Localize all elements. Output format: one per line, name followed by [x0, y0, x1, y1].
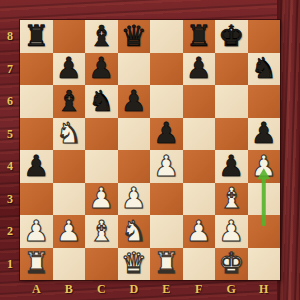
white-bishop-c2[interactable]: ♝	[85, 215, 118, 248]
rank-label-5: 5	[0, 118, 20, 151]
black-pawn-g4[interactable]: ♟	[215, 150, 248, 183]
square-b3[interactable]	[53, 183, 86, 216]
black-pawn-e5[interactable]: ♟	[150, 118, 183, 151]
square-a3[interactable]	[20, 183, 53, 216]
square-c6[interactable]: ♞	[85, 85, 118, 118]
white-queen-d1[interactable]: ♛	[118, 248, 151, 281]
white-pawn-g2[interactable]: ♟	[215, 215, 248, 248]
rank-label-1: 1	[0, 248, 20, 281]
square-h3[interactable]	[248, 183, 281, 216]
square-e7[interactable]	[150, 53, 183, 86]
square-g5[interactable]	[215, 118, 248, 151]
square-f7[interactable]: ♟	[183, 53, 216, 86]
white-rook-a1[interactable]: ♜	[20, 248, 53, 281]
black-rook-f8[interactable]: ♜	[183, 20, 216, 53]
square-e3[interactable]	[150, 183, 183, 216]
square-h1[interactable]	[248, 248, 281, 281]
square-b4[interactable]	[53, 150, 86, 183]
black-pawn-d6[interactable]: ♟	[118, 85, 151, 118]
square-b8[interactable]	[53, 20, 86, 53]
white-king-g1[interactable]: ♚	[215, 248, 248, 281]
square-f2[interactable]: ♟	[183, 215, 216, 248]
square-f8[interactable]: ♜	[183, 20, 216, 53]
file-label-e: E	[150, 281, 183, 300]
square-c4[interactable]	[85, 150, 118, 183]
rank-label-8: 8	[0, 20, 20, 53]
square-c2[interactable]: ♝	[85, 215, 118, 248]
square-e5[interactable]: ♟	[150, 118, 183, 151]
square-g6[interactable]	[215, 85, 248, 118]
square-g4[interactable]: ♟	[215, 150, 248, 183]
file-label-g: G	[215, 281, 248, 300]
square-f4[interactable]	[183, 150, 216, 183]
white-pawn-h4[interactable]: ♟	[248, 150, 281, 183]
square-g2[interactable]: ♟	[215, 215, 248, 248]
rank-label-6: 6	[0, 85, 20, 118]
square-g7[interactable]	[215, 53, 248, 86]
square-e2[interactable]	[150, 215, 183, 248]
square-c1[interactable]	[85, 248, 118, 281]
square-f1[interactable]	[183, 248, 216, 281]
file-label-c: C	[85, 281, 118, 300]
square-d6[interactable]: ♟	[118, 85, 151, 118]
square-e4[interactable]: ♟	[150, 150, 183, 183]
file-label-f: F	[183, 281, 216, 300]
square-f5[interactable]	[183, 118, 216, 151]
white-rook-e1[interactable]: ♜	[150, 248, 183, 281]
rank-label-7: 7	[0, 53, 20, 86]
square-c8[interactable]: ♝	[85, 20, 118, 53]
square-d2[interactable]: ♞	[118, 215, 151, 248]
black-king-g8[interactable]: ♚	[215, 20, 248, 53]
rank-label-2: 2	[0, 215, 20, 248]
file-label-d: D	[118, 281, 151, 300]
square-b1[interactable]	[53, 248, 86, 281]
file-label-h: H	[248, 281, 281, 300]
square-h4[interactable]: ♟	[248, 150, 281, 183]
square-h5[interactable]: ♟	[248, 118, 281, 151]
square-f3[interactable]	[183, 183, 216, 216]
square-e6[interactable]	[150, 85, 183, 118]
square-a4[interactable]: ♟	[20, 150, 53, 183]
black-knight-h7[interactable]: ♞	[248, 53, 281, 86]
black-bishop-b6[interactable]: ♝	[53, 85, 86, 118]
square-h8[interactable]	[248, 20, 281, 53]
square-c5[interactable]	[85, 118, 118, 151]
white-knight-d2[interactable]: ♞	[118, 215, 151, 248]
square-b5[interactable]: ♞	[53, 118, 86, 151]
black-rook-a8[interactable]: ♜	[20, 20, 53, 53]
white-pawn-f2[interactable]: ♟	[183, 215, 216, 248]
square-b7[interactable]: ♟	[53, 53, 86, 86]
white-knight-b5[interactable]: ♞	[53, 118, 86, 151]
square-f6[interactable]	[183, 85, 216, 118]
black-pawn-h5[interactable]: ♟	[248, 118, 281, 151]
square-d7[interactable]	[118, 53, 151, 86]
white-pawn-e4[interactable]: ♟	[150, 150, 183, 183]
black-pawn-b7[interactable]: ♟	[53, 53, 86, 86]
chess-app-window: ♜♝♛♜♚♟♟♟♞♝♞♟♞♟♟♟♟♟♟♟♟♝♟♟♝♞♟♟♜♛♜♚ 8765432…	[0, 0, 300, 300]
square-h6[interactable]	[248, 85, 281, 118]
square-g8[interactable]: ♚	[215, 20, 248, 53]
white-pawn-d3[interactable]: ♟	[118, 183, 151, 216]
square-h2[interactable]	[248, 215, 281, 248]
square-c7[interactable]: ♟	[85, 53, 118, 86]
square-d5[interactable]	[118, 118, 151, 151]
square-e1[interactable]: ♜	[150, 248, 183, 281]
square-a7[interactable]	[20, 53, 53, 86]
square-e8[interactable]	[150, 20, 183, 53]
white-pawn-a2[interactable]: ♟	[20, 215, 53, 248]
black-pawn-c7[interactable]: ♟	[85, 53, 118, 86]
square-b2[interactable]: ♟	[53, 215, 86, 248]
square-h7[interactable]: ♞	[248, 53, 281, 86]
black-queen-d8[interactable]: ♛	[118, 20, 151, 53]
rank-label-4: 4	[0, 150, 20, 183]
square-g3[interactable]: ♝	[215, 183, 248, 216]
square-d1[interactable]: ♛	[118, 248, 151, 281]
black-pawn-f7[interactable]: ♟	[183, 53, 216, 86]
white-pawn-c3[interactable]: ♟	[85, 183, 118, 216]
file-label-a: A	[20, 281, 53, 300]
chess-board: ♜♝♛♜♚♟♟♟♞♝♞♟♞♟♟♟♟♟♟♟♟♝♟♟♝♞♟♟♜♛♜♚	[20, 20, 280, 280]
square-a5[interactable]	[20, 118, 53, 151]
white-bishop-g3[interactable]: ♝	[215, 183, 248, 216]
square-c3[interactable]: ♟	[85, 183, 118, 216]
square-d8[interactable]: ♛	[118, 20, 151, 53]
square-g1[interactable]: ♚	[215, 248, 248, 281]
square-d4[interactable]	[118, 150, 151, 183]
white-pawn-b2[interactable]: ♟	[53, 215, 86, 248]
black-bishop-c8[interactable]: ♝	[85, 20, 118, 53]
square-a2[interactable]: ♟	[20, 215, 53, 248]
square-a8[interactable]: ♜	[20, 20, 53, 53]
square-b6[interactable]: ♝	[53, 85, 86, 118]
rank-label-3: 3	[0, 183, 20, 216]
square-a1[interactable]: ♜	[20, 248, 53, 281]
black-pawn-a4[interactable]: ♟	[20, 150, 53, 183]
file-label-b: B	[53, 281, 86, 300]
square-d3[interactable]: ♟	[118, 183, 151, 216]
black-knight-c6[interactable]: ♞	[85, 85, 118, 118]
square-a6[interactable]	[20, 85, 53, 118]
